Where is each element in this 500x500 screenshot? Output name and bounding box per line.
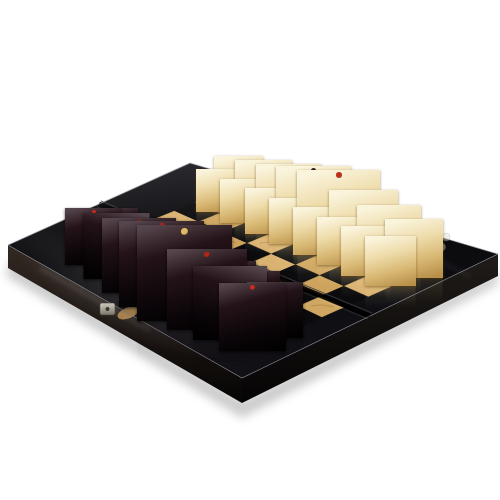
piece-reflection: ♟ [225,306,280,361]
piece-reflection: ♛ [119,274,205,360]
finial-accent [250,285,255,290]
piece-contact-shadow [379,274,402,280]
piece-reflection: ♝ [167,299,247,379]
piece-contact-shadow [348,242,380,250]
piece-contact-shadow [122,274,156,283]
piece-reflection: ♞ [235,196,292,253]
piece-contact-shadow [195,289,219,295]
piece-white-king-e1: ♚ [297,170,380,253]
piece-white-bishop-f1: ♝ [329,190,399,260]
piece-white-pawn-c2: ♟ [245,188,290,233]
neck-accent [136,240,140,244]
piece-white-rook-h1: ♜ [385,219,444,278]
piece-contact-shadow [149,266,172,272]
piece-contact-shadow [172,278,195,284]
piece-contact-shadow [213,321,247,330]
piece-reflection: ♟ [91,238,139,286]
piece-contact-shadow [142,285,181,295]
neck-accent [159,251,163,255]
finial-accent [181,228,188,235]
piece-black-bishop-f8: ♝ [167,249,247,329]
piece-reflection: ♟ [269,227,315,273]
neck-accent [227,299,232,304]
piece-white-pawn-b2: ♟ [220,179,264,223]
piece-black-rook-a8: ♜ [65,208,122,265]
piece-contact-shadow [101,262,131,270]
finial-accent [136,220,141,225]
piece-reflection: ♚ [137,284,233,380]
piece-black-pawn-b7: ♟ [113,218,162,267]
piece-contact-shadow [208,201,227,206]
piece-black-pawn-d7: ♟ [158,240,209,291]
piece-reflection: ♟ [158,272,209,323]
piece-contact-shadow [240,312,265,318]
piece-contact-shadow [126,255,148,261]
piece-black-knight-g8: ♞ [193,266,267,340]
product-photo: ♜♜♟♟♞♞♟♟♝♝♟♟♛♛♟♟♚♚♟♟♟♟♝♝♜♜♟♟♞♞♟♟♞♞♟♟♜♜♟♟… [0,0,500,500]
piece-reflection: ♟ [180,283,233,336]
piece-contact-shadow [330,253,352,259]
piece-contact-shadow [227,193,249,199]
piece-reflection: ♝ [329,234,399,304]
piece-reflection: ♝ [256,204,321,269]
piece-black-pawn-a7: ♟ [91,208,139,256]
piece-contact-shadow [257,222,278,227]
piece-reflection: ♟ [245,217,290,262]
piece-white-queen-d1: ♛ [276,166,351,241]
piece-white-pawn-d2: ♟ [269,198,315,244]
piece-contact-shadow [263,324,288,331]
finial-accent [204,252,210,258]
piece-reflection: ♜ [214,187,264,237]
piece-white-knight-b1: ♞ [235,160,292,217]
piece-reflection: ♛ [276,213,351,288]
piece-black-pawn-c7: ♟ [135,229,185,279]
piece-contact-shadow [374,253,403,261]
piece-contact-shadow [81,251,107,258]
piece-black-rook-h8: ♜ [219,283,287,351]
piece-contact-shadow [232,212,252,217]
neck-accent [114,243,119,248]
piece-contact-shadow [189,309,225,318]
piece-reflection: ♚ [297,221,380,304]
piece-reflection: ♟ [247,317,303,373]
piece-reflection: ♟ [135,261,185,311]
neck-accent [273,307,277,311]
neck-accent [181,262,185,266]
piece-contact-shadow [104,243,126,249]
piece-reflection: ♟ [113,249,162,298]
piece-reflection: ♜ [385,256,444,315]
piece-black-queen-d8: ♛ [119,221,205,307]
piece-reflection: ♟ [293,237,340,284]
neck-accent [227,285,231,289]
piece-contact-shadow [320,231,358,241]
piece-reflection: ♞ [84,254,150,320]
piece-contact-shadow [274,212,303,220]
chess-pieces: ♜♜♟♟♞♞♟♟♝♝♟♟♛♛♟♟♚♚♟♟♟♟♝♝♜♜♟♟♞♞♟♟♞♞♟♟♜♜♟♟… [0,0,500,500]
piece-reflection: ♟ [220,207,264,251]
piece-contact-shadow [163,296,206,307]
piece-reflection: ♜ [219,325,287,393]
piece-white-bishop-c1: ♝ [256,164,321,229]
neck-accent [204,274,208,278]
piece-reflection: ♞ [357,245,421,309]
piece-reflection: ♟ [317,248,366,297]
piece-contact-shadow [297,222,331,231]
piece-reflection: ♞ [193,312,267,386]
piece-contact-shadow [355,263,378,269]
piece-contact-shadow [251,202,277,209]
piece-reflection: ♟ [341,258,391,308]
piece-reflection: ♟ [365,268,416,319]
finial-accent [311,168,316,173]
piece-reflection: ♜ [65,244,122,301]
piece-white-pawn-f2: ♟ [317,217,366,266]
piece-contact-shadow [237,333,268,341]
piece-contact-shadow [401,263,428,270]
piece-black-king-e8: ♚ [137,225,233,321]
piece-white-knight-g1: ♞ [357,205,421,269]
piece-white-pawn-e2: ♟ [293,207,340,254]
piece-reflection: ♝ [102,264,177,339]
piece-black-bishop-c8: ♝ [102,218,177,293]
finial-accent [336,172,342,178]
piece-white-pawn-g2: ♟ [341,226,391,276]
piece-white-pawn-a2: ♟ [196,169,239,212]
piece-black-pawn-h7: ♟ [247,282,303,338]
piece-white-rook-a1: ♜ [214,156,264,206]
piece-contact-shadow [306,243,328,249]
piece-white-pawn-h2: ♟ [365,236,416,287]
finial-accent [92,210,96,214]
neck-accent [113,229,117,233]
piece-black-pawn-f7: ♟ [203,261,257,315]
piece-reflection: ♟ [203,295,257,349]
piece-black-pawn-e7: ♟ [180,250,233,303]
piece-contact-shadow [281,232,302,237]
piece-black-knight-b8: ♞ [84,213,150,279]
piece-black-pawn-g7: ♟ [225,271,280,326]
finial-accent [159,223,165,229]
piece-reflection: ♟ [196,197,239,240]
piece-contact-shadow [217,301,241,307]
neck-accent [250,296,254,300]
